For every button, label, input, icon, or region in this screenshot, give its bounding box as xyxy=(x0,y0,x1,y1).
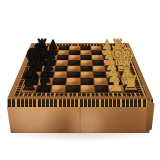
chess-set-photo: ♜♟♟♜♞♟♟♞♝♟♟♝♚♟♟♚♛♟♟♛♝♟♟♝♞♟♟♞♜♟♟♜ xyxy=(0,0,160,160)
pieces-layer: ♜♟♟♜♞♟♟♞♝♟♟♝♚♟♟♚♛♟♟♛♝♟♟♝♞♟♟♞♜♟♟♜ xyxy=(0,0,160,160)
piece-white-rook: ♜ xyxy=(122,74,141,95)
piece-black-pawn: ♟ xyxy=(36,76,52,93)
